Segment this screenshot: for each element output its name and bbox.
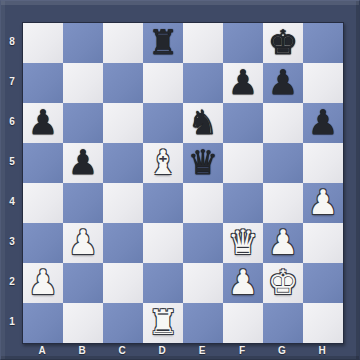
black-pawn[interactable]: ♟ bbox=[268, 62, 298, 102]
white-pawn[interactable]: ♟ bbox=[68, 222, 98, 262]
rank-label-7: 7 bbox=[4, 62, 20, 102]
square-h4[interactable]: ♟ bbox=[303, 183, 343, 223]
square-b3[interactable]: ♟ bbox=[63, 223, 103, 263]
rank-label-8: 8 bbox=[4, 22, 20, 62]
square-g3[interactable]: ♟ bbox=[263, 223, 303, 263]
square-d5[interactable]: ♝ bbox=[143, 143, 183, 183]
square-b1[interactable] bbox=[63, 303, 103, 343]
square-g1[interactable] bbox=[263, 303, 303, 343]
rank-label-5: 5 bbox=[4, 142, 20, 182]
black-pawn[interactable]: ♟ bbox=[28, 102, 58, 142]
rank-label-2: 2 bbox=[4, 262, 20, 302]
square-c3[interactable] bbox=[103, 223, 143, 263]
square-e3[interactable] bbox=[183, 223, 223, 263]
white-rook[interactable]: ♜ bbox=[148, 302, 178, 342]
rank-label-1: 1 bbox=[4, 302, 20, 342]
square-f2[interactable]: ♟ bbox=[223, 263, 263, 303]
square-b5[interactable]: ♟ bbox=[63, 143, 103, 183]
file-label-a: A bbox=[22, 343, 62, 358]
file-labels: ABCDEFGH bbox=[22, 343, 342, 358]
square-d4[interactable] bbox=[143, 183, 183, 223]
square-a3[interactable] bbox=[23, 223, 63, 263]
black-pawn[interactable]: ♟ bbox=[308, 102, 338, 142]
chess-board: ♜♚♟♟♟♞♟♟♝♛♟♟♛♟♟♟♚♜ bbox=[22, 22, 344, 344]
square-d1[interactable]: ♜ bbox=[143, 303, 183, 343]
square-a8[interactable] bbox=[23, 23, 63, 63]
chess-diagram-frame: 87654321 ♜♚♟♟♟♞♟♟♝♛♟♟♛♟♟♟♚♜ ABCDEFGH bbox=[0, 0, 360, 360]
square-f4[interactable] bbox=[223, 183, 263, 223]
square-f6[interactable] bbox=[223, 103, 263, 143]
black-pawn[interactable]: ♟ bbox=[228, 62, 258, 102]
square-b7[interactable] bbox=[63, 63, 103, 103]
square-e4[interactable] bbox=[183, 183, 223, 223]
square-b6[interactable] bbox=[63, 103, 103, 143]
rank-label-3: 3 bbox=[4, 222, 20, 262]
square-a6[interactable]: ♟ bbox=[23, 103, 63, 143]
file-label-g: G bbox=[262, 343, 302, 358]
black-knight[interactable]: ♞ bbox=[188, 102, 218, 142]
square-h1[interactable] bbox=[303, 303, 343, 343]
white-pawn[interactable]: ♟ bbox=[308, 182, 338, 222]
square-e5[interactable]: ♛ bbox=[183, 143, 223, 183]
square-d7[interactable] bbox=[143, 63, 183, 103]
square-e2[interactable] bbox=[183, 263, 223, 303]
black-rook[interactable]: ♜ bbox=[148, 22, 178, 62]
square-g7[interactable]: ♟ bbox=[263, 63, 303, 103]
white-queen[interactable]: ♛ bbox=[228, 222, 258, 262]
square-a1[interactable] bbox=[23, 303, 63, 343]
square-e7[interactable] bbox=[183, 63, 223, 103]
file-label-d: D bbox=[142, 343, 182, 358]
square-f3[interactable]: ♛ bbox=[223, 223, 263, 263]
square-h8[interactable] bbox=[303, 23, 343, 63]
square-d6[interactable] bbox=[143, 103, 183, 143]
white-pawn[interactable]: ♟ bbox=[268, 222, 298, 262]
square-a7[interactable] bbox=[23, 63, 63, 103]
square-g4[interactable] bbox=[263, 183, 303, 223]
square-c2[interactable] bbox=[103, 263, 143, 303]
rank-labels: 87654321 bbox=[4, 22, 20, 342]
square-c4[interactable] bbox=[103, 183, 143, 223]
square-c7[interactable] bbox=[103, 63, 143, 103]
square-h5[interactable] bbox=[303, 143, 343, 183]
square-c8[interactable] bbox=[103, 23, 143, 63]
square-g5[interactable] bbox=[263, 143, 303, 183]
square-a2[interactable]: ♟ bbox=[23, 263, 63, 303]
white-bishop[interactable]: ♝ bbox=[148, 142, 178, 182]
file-label-c: C bbox=[102, 343, 142, 358]
white-pawn[interactable]: ♟ bbox=[228, 262, 258, 302]
black-king[interactable]: ♚ bbox=[268, 22, 298, 62]
square-f1[interactable] bbox=[223, 303, 263, 343]
square-d8[interactable]: ♜ bbox=[143, 23, 183, 63]
square-h3[interactable] bbox=[303, 223, 343, 263]
square-g8[interactable]: ♚ bbox=[263, 23, 303, 63]
square-g6[interactable] bbox=[263, 103, 303, 143]
square-a5[interactable] bbox=[23, 143, 63, 183]
square-h6[interactable]: ♟ bbox=[303, 103, 343, 143]
square-c1[interactable] bbox=[103, 303, 143, 343]
black-pawn[interactable]: ♟ bbox=[68, 142, 98, 182]
file-label-b: B bbox=[62, 343, 102, 358]
square-e1[interactable] bbox=[183, 303, 223, 343]
square-g2[interactable]: ♚ bbox=[263, 263, 303, 303]
file-label-e: E bbox=[182, 343, 222, 358]
square-b4[interactable] bbox=[63, 183, 103, 223]
white-king[interactable]: ♚ bbox=[268, 262, 298, 302]
rank-label-4: 4 bbox=[4, 182, 20, 222]
rank-label-6: 6 bbox=[4, 102, 20, 142]
square-h7[interactable] bbox=[303, 63, 343, 103]
square-f8[interactable] bbox=[223, 23, 263, 63]
square-e6[interactable]: ♞ bbox=[183, 103, 223, 143]
square-h2[interactable] bbox=[303, 263, 343, 303]
file-label-h: H bbox=[302, 343, 342, 358]
square-d2[interactable] bbox=[143, 263, 183, 303]
square-d3[interactable] bbox=[143, 223, 183, 263]
square-f5[interactable] bbox=[223, 143, 263, 183]
square-c5[interactable] bbox=[103, 143, 143, 183]
square-e8[interactable] bbox=[183, 23, 223, 63]
square-a4[interactable] bbox=[23, 183, 63, 223]
square-b8[interactable] bbox=[63, 23, 103, 63]
white-pawn[interactable]: ♟ bbox=[28, 262, 58, 302]
square-f7[interactable]: ♟ bbox=[223, 63, 263, 103]
file-label-f: F bbox=[222, 343, 262, 358]
square-b2[interactable] bbox=[63, 263, 103, 303]
black-queen[interactable]: ♛ bbox=[188, 142, 218, 182]
square-c6[interactable] bbox=[103, 103, 143, 143]
